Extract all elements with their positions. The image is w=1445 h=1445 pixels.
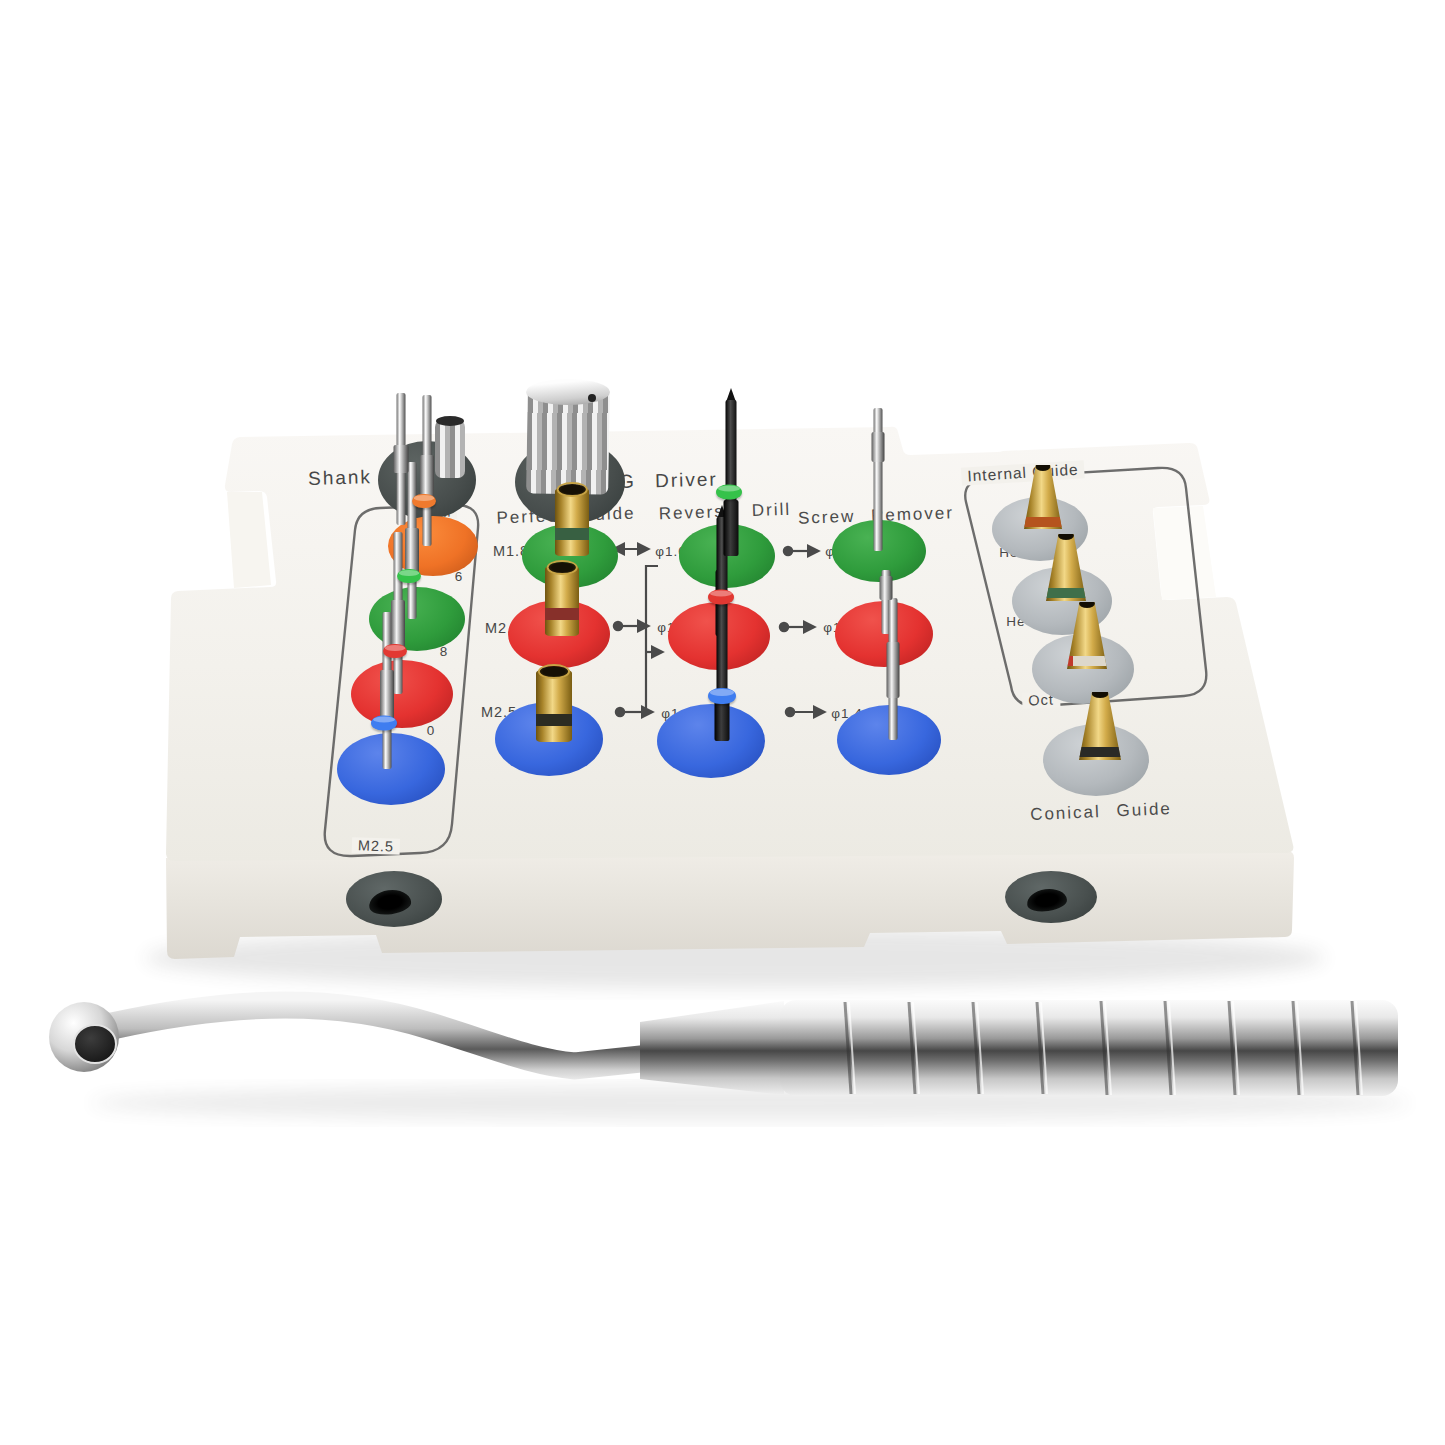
drill-3-stop-ring [383,644,407,658]
screw-remover-1 [874,408,883,551]
perfect-guide-m25 [536,670,572,742]
cone-band-orange [1024,517,1062,527]
screw-remover-1-collar [872,432,885,462]
drill-4-collar [380,670,394,722]
drill-2-stop-ring [397,569,421,583]
right-notch-wall [1153,506,1216,600]
cone-band-green [1046,588,1086,598]
reverse-drill-3-shank [715,700,730,741]
dental-implant-kit-photo: Shank Driver PG Driver Drill 6 8 0 M2.5 … [0,0,1445,1445]
reverse-drill-1-ring [716,485,742,500]
shank-driver-bit [435,420,465,478]
instrument-cone [640,1001,784,1095]
left-notch-wall [227,492,271,588]
guide-band-dark [536,714,572,726]
drill-4-stop-ring [371,716,397,731]
reverse-drill-1-shank [724,500,739,556]
tray-screw-grommet-left [346,871,442,927]
instrument-ball-hole [74,1025,116,1063]
reverse-drill-2-ring [708,590,734,605]
pg-driver-knob-dot [588,394,596,402]
instrument-handle [780,1000,1398,1096]
bone-condenser-instrument [49,1000,1398,1096]
screw-remover-2-collar [880,576,893,600]
cone-band-black [1079,747,1121,757]
perfect-guide-m18 [555,488,589,556]
drill-size-label-3: 0 [427,723,436,738]
instrument-neck [112,1005,650,1066]
reverse-drill-3-ring [708,688,736,704]
reverse-drill-holder-m25 [657,704,765,778]
drill-1-stop-ring [412,494,436,508]
guide-band-red [545,608,579,620]
guide-band-green [555,528,589,540]
shank-driver-bit-top [436,416,464,426]
drill-box-bottom-label: M2.5 [352,837,401,855]
drill-3-collar [391,600,405,650]
perfect-guide-m20 [545,566,579,636]
loose-drill-collar [394,445,409,473]
pg-driver-knob-top [526,379,610,405]
screw-remover-3-collar [887,642,900,698]
tray-screw-grommet-right [1005,871,1097,923]
